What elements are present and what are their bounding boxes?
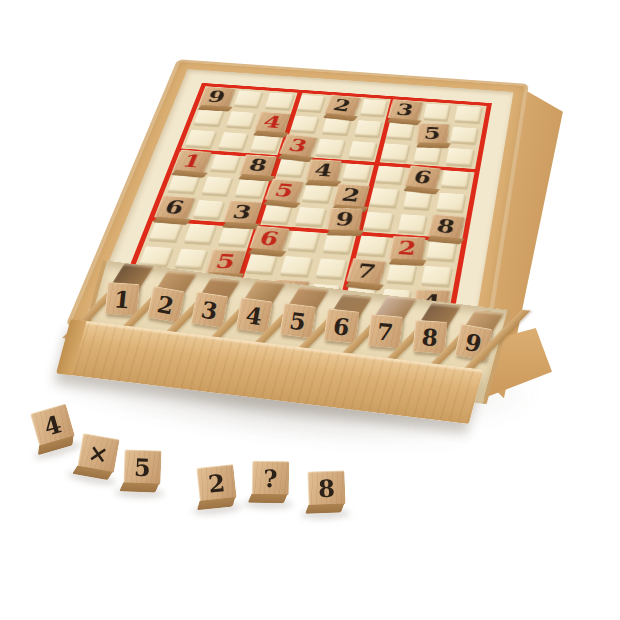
tile-digit: 2 bbox=[389, 236, 426, 260]
tile-digit: 2 bbox=[332, 183, 369, 207]
tile-digit: 2 bbox=[196, 464, 236, 502]
tile-digit: 2 bbox=[324, 94, 360, 116]
sudoku-tile-9-r1c1[interactable]: 9 bbox=[198, 86, 234, 106]
sudoku-tile-4-r4c5[interactable]: 4 bbox=[306, 159, 342, 181]
sudoku-tile-3-r6c3[interactable]: 3 bbox=[223, 200, 262, 224]
sudoku-tile-3-r1c7[interactable]: 3 bbox=[388, 99, 423, 120]
sudoku-tile-2-r1c5[interactable]: 2 bbox=[324, 94, 360, 116]
tile-digit: 8 bbox=[239, 154, 277, 177]
tile-shadow bbox=[67, 469, 117, 487]
drawer-tile-1[interactable]: 1 bbox=[105, 282, 140, 316]
tile-digit: 5 bbox=[264, 179, 303, 203]
tile-shadow bbox=[243, 499, 292, 510]
tile-digit: 6 bbox=[249, 226, 289, 251]
board-cell-r2c9[interactable] bbox=[447, 124, 483, 148]
tile-digit: ? bbox=[252, 461, 290, 496]
board-cell-r6c6[interactable]: 9 bbox=[325, 207, 365, 233]
tile-digit: 5 bbox=[206, 249, 246, 274]
board-cell-r6c9[interactable]: 8 bbox=[428, 214, 467, 241]
tile-digit: 6 bbox=[404, 165, 441, 189]
sudoku-tile-8-r4c3[interactable]: 8 bbox=[239, 154, 277, 177]
loose-tile-×[interactable]: × bbox=[77, 433, 119, 473]
sudoku-tile-6-r7c4[interactable]: 6 bbox=[249, 226, 289, 251]
sudoku-tile-8-r6c9[interactable]: 8 bbox=[428, 214, 465, 239]
board-cell-r4c8[interactable]: 6 bbox=[404, 166, 442, 191]
sudoku-tile-5-r5c4[interactable]: 5 bbox=[264, 179, 303, 203]
tile-digit: 3 bbox=[279, 134, 317, 157]
board-cell-r8c7[interactable]: 7 bbox=[346, 258, 387, 286]
tile-digit: × bbox=[77, 433, 119, 473]
tile-digit: 5 bbox=[416, 123, 449, 143]
loose-tile-?[interactable]: ? bbox=[252, 461, 290, 496]
tile-digit: 5 bbox=[123, 449, 161, 484]
drawer-tile-6[interactable]: 6 bbox=[323, 308, 359, 343]
board-cell-r7c8[interactable]: 2 bbox=[388, 236, 428, 263]
sudoku-tile-2-r5c6[interactable]: 2 bbox=[332, 183, 369, 207]
tile-shadow bbox=[115, 487, 164, 499]
tile-digit: 8 bbox=[428, 214, 465, 239]
tile-digit: 3 bbox=[223, 200, 262, 224]
board-cell-r4c3[interactable]: 8 bbox=[238, 154, 278, 179]
loose-tile-8[interactable]: 8 bbox=[307, 470, 345, 505]
sudoku-tile-5-r2c8[interactable]: 5 bbox=[416, 123, 449, 143]
tile-shadow bbox=[301, 508, 350, 520]
drawer-tile-3[interactable]: 3 bbox=[191, 291, 229, 327]
loose-tile-5[interactable]: 5 bbox=[123, 449, 161, 484]
sudoku-tile-7-r8c7[interactable]: 7 bbox=[346, 258, 386, 285]
tile-digit: 4 bbox=[306, 159, 342, 181]
sudoku-tile-6-r4c8[interactable]: 6 bbox=[404, 165, 441, 189]
board-cell-r2c8[interactable]: 5 bbox=[415, 122, 452, 146]
board-cell-r1c7[interactable]: 3 bbox=[388, 99, 424, 122]
drawer-tile-4[interactable]: 4 bbox=[235, 297, 272, 333]
board-cell-r1c9[interactable] bbox=[451, 104, 487, 127]
tile-digit: 3 bbox=[388, 99, 423, 120]
sudoku-tile-5-r8c3[interactable]: 5 bbox=[206, 249, 246, 274]
drawer-tile-7[interactable]: 7 bbox=[368, 314, 404, 349]
board-cell-r1c8[interactable] bbox=[419, 102, 455, 125]
product-photo-sudoku-set: 9234531846526398625714 123456789 4×52?8 bbox=[0, 0, 620, 620]
board-cell-r8c9[interactable] bbox=[417, 263, 457, 291]
tile-digit: 9 bbox=[198, 86, 234, 106]
loose-tile-2[interactable]: 2 bbox=[196, 464, 236, 502]
tile-digit: 8 bbox=[307, 470, 345, 505]
sudoku-tile-9-r6c6[interactable]: 9 bbox=[326, 208, 362, 231]
tile-digit: 9 bbox=[326, 208, 362, 231]
board-cell-r5c9[interactable] bbox=[433, 191, 471, 217]
sudoku-tile-3-r3c4[interactable]: 3 bbox=[279, 134, 317, 157]
sudoku-tile-2-r7c8[interactable]: 2 bbox=[389, 236, 426, 260]
drawer-tile-8[interactable]: 8 bbox=[412, 320, 447, 354]
drawer-tile-5[interactable]: 5 bbox=[279, 303, 316, 339]
tile-shadow bbox=[192, 502, 242, 517]
tile-digit: 7 bbox=[346, 258, 386, 285]
